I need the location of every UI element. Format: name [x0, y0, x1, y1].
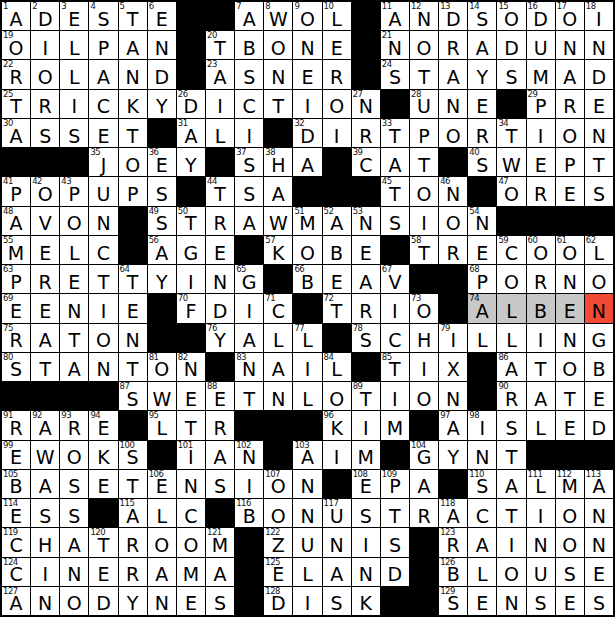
cell-r2c6[interactable]: N: [148, 31, 176, 59]
cell-r10c19[interactable]: R: [527, 265, 555, 293]
cell-r12c10[interactable]: L: [264, 324, 292, 352]
cell-r21c10[interactable]: 128D: [264, 587, 292, 615]
cell-r8c10[interactable]: W: [264, 207, 292, 235]
cell-r17c7[interactable]: N: [177, 470, 205, 498]
cell-r11c5[interactable]: E: [119, 294, 147, 322]
cell-r10c1[interactable]: 63P: [2, 265, 30, 293]
cell-r20c4[interactable]: E: [89, 558, 117, 586]
cell-r21c6[interactable]: N: [148, 587, 176, 615]
cell-r14c18[interactable]: 90R: [497, 382, 525, 410]
cell-r1c11[interactable]: 9O: [293, 2, 321, 30]
cell-r7c5[interactable]: P: [119, 177, 147, 205]
cell-r3c3[interactable]: L: [60, 60, 88, 88]
cell-r1c1[interactable]: 1A: [2, 2, 30, 30]
cell-r9c20[interactable]: 61O: [556, 236, 584, 264]
cell-r7c16[interactable]: 46N: [439, 177, 467, 205]
cell-r10c6[interactable]: Y: [148, 265, 176, 293]
cell-r9c19[interactable]: 60O: [527, 236, 555, 264]
cell-r3c8[interactable]: 23A: [206, 60, 234, 88]
cell-r4c12[interactable]: O: [323, 90, 351, 118]
cell-r20c12[interactable]: A: [323, 558, 351, 586]
cell-r14c16[interactable]: N: [439, 382, 467, 410]
cell-r3c14[interactable]: 24S: [381, 60, 409, 88]
cell-r4c4[interactable]: C: [89, 90, 117, 118]
cell-r10c4[interactable]: T: [89, 265, 117, 293]
cell-r20c20[interactable]: S: [556, 558, 584, 586]
cell-r16c12[interactable]: I: [323, 441, 351, 469]
cell-r6c18[interactable]: W: [497, 148, 525, 176]
cell-r19c4[interactable]: 120T: [89, 528, 117, 556]
cell-r13c4[interactable]: N: [89, 353, 117, 381]
cell-r4c19[interactable]: 29P: [527, 90, 555, 118]
cell-r11c2[interactable]: E: [31, 294, 59, 322]
cell-r5c16[interactable]: O: [439, 119, 467, 147]
cell-r8c7[interactable]: 50T: [177, 207, 205, 235]
cell-r13c21[interactable]: B: [585, 353, 613, 381]
cell-r5c14[interactable]: 33T: [381, 119, 409, 147]
cell-r2c11[interactable]: N: [293, 31, 321, 59]
cell-r4c21[interactable]: E: [585, 90, 613, 118]
cell-r2c16[interactable]: R: [439, 31, 467, 59]
cell-r2c9[interactable]: B: [235, 31, 263, 59]
cell-r17c21[interactable]: 113A: [585, 470, 613, 498]
cell-r1c16[interactable]: 13D: [439, 2, 467, 30]
cell-r2c17[interactable]: A: [468, 31, 496, 59]
cell-r9c8[interactable]: E: [206, 236, 234, 264]
cell-r4c16[interactable]: N: [439, 90, 467, 118]
cell-r9c6[interactable]: 56A: [148, 236, 176, 264]
cell-r19c20[interactable]: O: [556, 528, 584, 556]
cell-r9c4[interactable]: C: [89, 236, 117, 264]
cell-r18c7[interactable]: C: [177, 499, 205, 527]
cell-r17c13[interactable]: 108E: [352, 470, 380, 498]
cell-r12c9[interactable]: A: [235, 324, 263, 352]
cell-r21c1[interactable]: 127A: [2, 587, 30, 615]
cell-r19c2[interactable]: H: [31, 528, 59, 556]
cell-r3c20[interactable]: A: [556, 60, 584, 88]
cell-r15c14[interactable]: M: [381, 411, 409, 439]
cell-r14c9[interactable]: T: [235, 382, 263, 410]
cell-r20c1[interactable]: 124C: [2, 558, 30, 586]
cell-r17c20[interactable]: 112M: [556, 470, 584, 498]
cell-r3c2[interactable]: O: [31, 60, 59, 88]
cell-r16c9[interactable]: 102N: [235, 441, 263, 469]
cell-r12c5[interactable]: N: [119, 324, 147, 352]
cell-r4c1[interactable]: 25T: [2, 90, 30, 118]
cell-r6c19[interactable]: E: [527, 148, 555, 176]
cell-r17c4[interactable]: E: [89, 470, 117, 498]
cell-r6c20[interactable]: P: [556, 148, 584, 176]
cell-r18c6[interactable]: L: [148, 499, 176, 527]
cell-r18c1[interactable]: 114E: [2, 499, 30, 527]
cell-r8c15[interactable]: I: [410, 207, 438, 235]
cell-r20c17[interactable]: L: [468, 558, 496, 586]
cell-r16c8[interactable]: A: [206, 441, 234, 469]
cell-r1c20[interactable]: 17O: [556, 2, 584, 30]
cell-r2c18[interactable]: D: [497, 31, 525, 59]
cell-r21c16[interactable]: 129S: [439, 587, 467, 615]
cell-r11c10[interactable]: 71C: [264, 294, 292, 322]
cell-r8c11[interactable]: 51M: [293, 207, 321, 235]
cell-r20c6[interactable]: A: [148, 558, 176, 586]
cell-r8c9[interactable]: A: [235, 207, 263, 235]
cell-r13c3[interactable]: A: [60, 353, 88, 381]
cell-r20c7[interactable]: M: [177, 558, 205, 586]
cell-r14c8[interactable]: 88E: [206, 382, 234, 410]
cell-r2c1[interactable]: 19O: [2, 31, 30, 59]
cell-r15c20[interactable]: E: [556, 411, 584, 439]
cell-r4c15[interactable]: 28U: [410, 90, 438, 118]
cell-r11c21[interactable]: N: [585, 294, 613, 322]
cell-r7c8[interactable]: 44T: [206, 177, 234, 205]
cell-r6c17[interactable]: 40S: [468, 148, 496, 176]
cell-r5c15[interactable]: P: [410, 119, 438, 147]
cell-r20c10[interactable]: 125E: [264, 558, 292, 586]
cell-r9c2[interactable]: E: [31, 236, 59, 264]
cell-r16c3[interactable]: O: [60, 441, 88, 469]
cell-r4c3[interactable]: I: [60, 90, 88, 118]
cell-r18c10[interactable]: O: [264, 499, 292, 527]
cell-r13c16[interactable]: X: [439, 353, 467, 381]
cell-r10c21[interactable]: O: [585, 265, 613, 293]
cell-r4c2[interactable]: R: [31, 90, 59, 118]
cell-r7c9[interactable]: S: [235, 177, 263, 205]
cell-r19c3[interactable]: A: [60, 528, 88, 556]
cell-r17c14[interactable]: 109P: [381, 470, 409, 498]
cell-r21c8[interactable]: S: [206, 587, 234, 615]
cell-r19c8[interactable]: 121M: [206, 528, 234, 556]
cell-r15c12[interactable]: 96K: [323, 411, 351, 439]
cell-r5c7[interactable]: 31A: [177, 119, 205, 147]
cell-r1c10[interactable]: 8W: [264, 2, 292, 30]
cell-r7c4[interactable]: U: [89, 177, 117, 205]
cell-r6c21[interactable]: T: [585, 148, 613, 176]
cell-r7c15[interactable]: O: [410, 177, 438, 205]
cell-r3c19[interactable]: M: [527, 60, 555, 88]
cell-r14c19[interactable]: A: [527, 382, 555, 410]
cell-r9c16[interactable]: R: [439, 236, 467, 264]
cell-r2c8[interactable]: 20T: [206, 31, 234, 59]
cell-r7c1[interactable]: 41P: [2, 177, 30, 205]
cell-r3c12[interactable]: R: [323, 60, 351, 88]
cell-r10c9[interactable]: 65G: [235, 265, 263, 293]
cell-r16c13[interactable]: M: [352, 441, 380, 469]
cell-r12c11[interactable]: 77L: [293, 324, 321, 352]
cell-r4c7[interactable]: 26D: [177, 90, 205, 118]
cell-r15c17[interactable]: 98I: [468, 411, 496, 439]
cell-r2c14[interactable]: 21N: [381, 31, 409, 59]
cell-r18c14[interactable]: T: [381, 499, 409, 527]
cell-r5c13[interactable]: R: [352, 119, 380, 147]
cell-r6c13[interactable]: 39C: [352, 148, 380, 176]
cell-r14c13[interactable]: 89T: [352, 382, 380, 410]
cell-r5c5[interactable]: T: [119, 119, 147, 147]
cell-r11c17[interactable]: 74A: [468, 294, 496, 322]
cell-r21c11[interactable]: I: [293, 587, 321, 615]
cell-r9c13[interactable]: E: [352, 236, 380, 264]
cell-r9c10[interactable]: 57K: [264, 236, 292, 264]
cell-r5c19[interactable]: I: [527, 119, 555, 147]
cell-r21c4[interactable]: D: [89, 587, 117, 615]
cell-r15c3[interactable]: 93R: [60, 411, 88, 439]
cell-r8c17[interactable]: 54N: [468, 207, 496, 235]
cell-r18c9[interactable]: 116B: [235, 499, 263, 527]
cell-r4c9[interactable]: C: [235, 90, 263, 118]
cell-r2c15[interactable]: O: [410, 31, 438, 59]
cell-r5c3[interactable]: S: [60, 119, 88, 147]
cell-r17c6[interactable]: 106E: [148, 470, 176, 498]
cell-r19c11[interactable]: U: [293, 528, 321, 556]
cell-r18c3[interactable]: S: [60, 499, 88, 527]
cell-r3c9[interactable]: S: [235, 60, 263, 88]
cell-r17c3[interactable]: S: [60, 470, 88, 498]
cell-r21c17[interactable]: E: [468, 587, 496, 615]
cell-r20c16[interactable]: 126B: [439, 558, 467, 586]
cell-r10c13[interactable]: A: [352, 265, 380, 293]
cell-r7c19[interactable]: R: [527, 177, 555, 205]
cell-r10c14[interactable]: 67V: [381, 265, 409, 293]
cell-r10c8[interactable]: N: [206, 265, 234, 293]
cell-r15c19[interactable]: L: [527, 411, 555, 439]
cell-r19c1[interactable]: 119C: [2, 528, 30, 556]
cell-r16c16[interactable]: Y: [439, 441, 467, 469]
cell-r5c12[interactable]: I: [323, 119, 351, 147]
cell-r21c7[interactable]: E: [177, 587, 205, 615]
cell-r20c3[interactable]: N: [60, 558, 88, 586]
cell-r1c4[interactable]: 4S: [89, 2, 117, 30]
cell-r10c7[interactable]: I: [177, 265, 205, 293]
cell-r20c5[interactable]: R: [119, 558, 147, 586]
cell-r17c9[interactable]: I: [235, 470, 263, 498]
cell-r9c1[interactable]: 55M: [2, 236, 30, 264]
cell-r10c3[interactable]: E: [60, 265, 88, 293]
cell-r2c21[interactable]: N: [585, 31, 613, 59]
cell-r12c13[interactable]: 78S: [352, 324, 380, 352]
cell-r4c20[interactable]: R: [556, 90, 584, 118]
cell-r12c19[interactable]: I: [527, 324, 555, 352]
cell-r19c19[interactable]: N: [527, 528, 555, 556]
cell-r11c13[interactable]: R: [352, 294, 380, 322]
cell-r18c13[interactable]: S: [352, 499, 380, 527]
cell-r7c2[interactable]: 42O: [31, 177, 59, 205]
cell-r18c19[interactable]: I: [527, 499, 555, 527]
cell-r17c17[interactable]: 110S: [468, 470, 496, 498]
cell-r18c21[interactable]: N: [585, 499, 613, 527]
cell-r1c6[interactable]: 6E: [148, 2, 176, 30]
cell-r11c12[interactable]: 72T: [323, 294, 351, 322]
cell-r15c13[interactable]: I: [352, 411, 380, 439]
cell-r18c20[interactable]: O: [556, 499, 584, 527]
cell-r21c19[interactable]: S: [527, 587, 555, 615]
cell-r2c19[interactable]: U: [527, 31, 555, 59]
cell-r1c14[interactable]: 11A: [381, 2, 409, 30]
cell-r5c1[interactable]: 30A: [2, 119, 30, 147]
cell-r18c5[interactable]: 115A: [119, 499, 147, 527]
cell-r20c18[interactable]: O: [497, 558, 525, 586]
cell-r20c11[interactable]: L: [293, 558, 321, 586]
cell-r4c5[interactable]: K: [119, 90, 147, 118]
cell-r13c6[interactable]: 81O: [148, 353, 176, 381]
cell-r15c1[interactable]: 91R: [2, 411, 30, 439]
cell-r5c21[interactable]: N: [585, 119, 613, 147]
cell-r8c14[interactable]: S: [381, 207, 409, 235]
cell-r20c13[interactable]: N: [352, 558, 380, 586]
cell-r13c5[interactable]: T: [119, 353, 147, 381]
cell-r1c2[interactable]: 2D: [31, 2, 59, 30]
cell-r14c5[interactable]: 87S: [119, 382, 147, 410]
cell-r7c3[interactable]: 43P: [60, 177, 88, 205]
cell-r13c12[interactable]: 84L: [323, 353, 351, 381]
cell-r11c14[interactable]: I: [381, 294, 409, 322]
cell-r5c8[interactable]: L: [206, 119, 234, 147]
cell-r12c18[interactable]: L: [497, 324, 525, 352]
cell-r6c4[interactable]: 35J: [89, 148, 117, 176]
cell-r12c2[interactable]: A: [31, 324, 59, 352]
cell-r20c8[interactable]: A: [206, 558, 234, 586]
cell-r6c7[interactable]: Y: [177, 148, 205, 176]
cell-r6c14[interactable]: A: [381, 148, 409, 176]
cell-r15c8[interactable]: R: [206, 411, 234, 439]
cell-r19c5[interactable]: R: [119, 528, 147, 556]
cell-r13c2[interactable]: T: [31, 353, 59, 381]
cell-r3c5[interactable]: N: [119, 60, 147, 88]
cell-r10c18[interactable]: O: [497, 265, 525, 293]
cell-r18c12[interactable]: 117U: [323, 499, 351, 527]
cell-r8c8[interactable]: R: [206, 207, 234, 235]
cell-r17c18[interactable]: A: [497, 470, 525, 498]
cell-r18c18[interactable]: T: [497, 499, 525, 527]
cell-r16c2[interactable]: W: [31, 441, 59, 469]
cell-r4c17[interactable]: E: [468, 90, 496, 118]
cell-r5c11[interactable]: 32D: [293, 119, 321, 147]
cell-r14c14[interactable]: I: [381, 382, 409, 410]
cell-r13c14[interactable]: 85T: [381, 353, 409, 381]
cell-r11c7[interactable]: 70F: [177, 294, 205, 322]
cell-r8c13[interactable]: 53N: [352, 207, 380, 235]
cell-r17c15[interactable]: A: [410, 470, 438, 498]
cell-r18c16[interactable]: 118A: [439, 499, 467, 527]
cell-r7c10[interactable]: A: [264, 177, 292, 205]
cell-r15c2[interactable]: 92A: [31, 411, 59, 439]
cell-r11c18[interactable]: L: [497, 294, 525, 322]
cell-r19c13[interactable]: I: [352, 528, 380, 556]
cell-r12c4[interactable]: O: [89, 324, 117, 352]
cell-r11c9[interactable]: I: [235, 294, 263, 322]
cell-r16c11[interactable]: 103A: [293, 441, 321, 469]
cell-r10c11[interactable]: 66B: [293, 265, 321, 293]
cell-r20c2[interactable]: I: [31, 558, 59, 586]
cell-r7c21[interactable]: S: [585, 177, 613, 205]
cell-r19c10[interactable]: 122Z: [264, 528, 292, 556]
cell-r18c15[interactable]: R: [410, 499, 438, 527]
cell-r3c11[interactable]: E: [293, 60, 321, 88]
cell-r19c18[interactable]: I: [497, 528, 525, 556]
cell-r16c15[interactable]: 104G: [410, 441, 438, 469]
cell-r11c8[interactable]: D: [206, 294, 234, 322]
cell-r18c2[interactable]: S: [31, 499, 59, 527]
cell-r12c20[interactable]: N: [556, 324, 584, 352]
cell-r4c8[interactable]: I: [206, 90, 234, 118]
cell-r1c15[interactable]: 12N: [410, 2, 438, 30]
cell-r7c6[interactable]: S: [148, 177, 176, 205]
cell-r9c7[interactable]: G: [177, 236, 205, 264]
cell-r10c12[interactable]: E: [323, 265, 351, 293]
cell-r4c10[interactable]: T: [264, 90, 292, 118]
cell-r5c2[interactable]: S: [31, 119, 59, 147]
cell-r7c18[interactable]: 47O: [497, 177, 525, 205]
cell-r11c15[interactable]: 73O: [410, 294, 438, 322]
cell-r9c18[interactable]: 59C: [497, 236, 525, 264]
cell-r19c7[interactable]: O: [177, 528, 205, 556]
cell-r14c21[interactable]: E: [585, 382, 613, 410]
cell-r19c14[interactable]: S: [381, 528, 409, 556]
cell-r14c12[interactable]: O: [323, 382, 351, 410]
cell-r19c17[interactable]: A: [468, 528, 496, 556]
cell-r3c15[interactable]: T: [410, 60, 438, 88]
cell-r4c11[interactable]: I: [293, 90, 321, 118]
cell-r15c16[interactable]: 97A: [439, 411, 467, 439]
cell-r1c12[interactable]: 10L: [323, 2, 351, 30]
cell-r21c18[interactable]: N: [497, 587, 525, 615]
cell-r19c12[interactable]: N: [323, 528, 351, 556]
cell-r12c8[interactable]: 76Y: [206, 324, 234, 352]
cell-r3c10[interactable]: N: [264, 60, 292, 88]
cell-r6c9[interactable]: 37S: [235, 148, 263, 176]
cell-r14c11[interactable]: L: [293, 382, 321, 410]
cell-r3c6[interactable]: D: [148, 60, 176, 88]
cell-r15c4[interactable]: 94E: [89, 411, 117, 439]
cell-r14c7[interactable]: E: [177, 382, 205, 410]
cell-r20c21[interactable]: E: [585, 558, 613, 586]
cell-r7c20[interactable]: E: [556, 177, 584, 205]
cell-r9c17[interactable]: E: [468, 236, 496, 264]
cell-r9c3[interactable]: L: [60, 236, 88, 264]
cell-r19c21[interactable]: N: [585, 528, 613, 556]
cell-r2c5[interactable]: A: [119, 31, 147, 59]
cell-r17c11[interactable]: N: [293, 470, 321, 498]
cell-r14c10[interactable]: N: [264, 382, 292, 410]
cell-r21c2[interactable]: N: [31, 587, 59, 615]
cell-r10c5[interactable]: 64T: [119, 265, 147, 293]
cell-r2c20[interactable]: N: [556, 31, 584, 59]
cell-r21c13[interactable]: K: [352, 587, 380, 615]
cell-r17c1[interactable]: 105B: [2, 470, 30, 498]
cell-r19c6[interactable]: O: [148, 528, 176, 556]
cell-r13c18[interactable]: 86A: [497, 353, 525, 381]
cell-r6c10[interactable]: 38H: [264, 148, 292, 176]
cell-r3c17[interactable]: Y: [468, 60, 496, 88]
cell-r6c6[interactable]: 36E: [148, 148, 176, 176]
cell-r21c20[interactable]: E: [556, 587, 584, 615]
cell-r13c9[interactable]: 83N: [235, 353, 263, 381]
cell-r15c6[interactable]: 95L: [148, 411, 176, 439]
cell-r18c11[interactable]: N: [293, 499, 321, 527]
cell-r6c15[interactable]: T: [410, 148, 438, 176]
cell-r1c19[interactable]: 16D: [527, 2, 555, 30]
cell-r21c5[interactable]: Y: [119, 587, 147, 615]
cell-r1c18[interactable]: 15O: [497, 2, 525, 30]
cell-r12c21[interactable]: G: [585, 324, 613, 352]
cell-r13c10[interactable]: A: [264, 353, 292, 381]
cell-r5c9[interactable]: I: [235, 119, 263, 147]
cell-r11c4[interactable]: I: [89, 294, 117, 322]
cell-r7c14[interactable]: 45T: [381, 177, 409, 205]
cell-r2c12[interactable]: E: [323, 31, 351, 59]
cell-r4c6[interactable]: Y: [148, 90, 176, 118]
cell-r2c2[interactable]: I: [31, 31, 59, 59]
cell-r12c16[interactable]: 79I: [439, 324, 467, 352]
cell-r21c12[interactable]: S: [323, 587, 351, 615]
